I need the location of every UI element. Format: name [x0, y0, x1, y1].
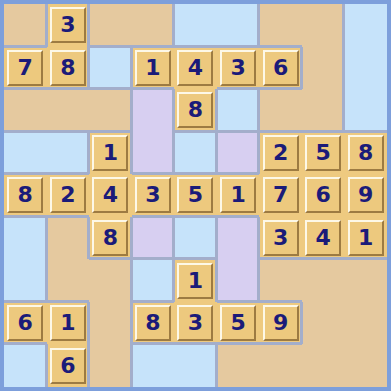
- number-tile-r1c3[interactable]: 1: [135, 50, 171, 86]
- cell-r1c5[interactable]: 3: [217, 47, 260, 90]
- number-tile-r1c5[interactable]: 3: [220, 50, 256, 86]
- cell-r2c8[interactable]: [344, 89, 387, 132]
- cell-r8c1[interactable]: 6: [47, 344, 90, 387]
- cell-r2c5[interactable]: [217, 89, 260, 132]
- tile-number: 1: [103, 142, 118, 164]
- tile-number: 9: [358, 184, 373, 206]
- number-tile-r2c4[interactable]: 8: [177, 92, 213, 128]
- number-tile-r3c7[interactable]: 5: [305, 135, 341, 171]
- tile-number: 7: [18, 57, 33, 79]
- cell-r7c2[interactable]: [89, 302, 132, 345]
- number-tile-r6c4[interactable]: 1: [177, 263, 213, 299]
- cell-r4c2[interactable]: 4: [89, 174, 132, 217]
- number-tile-r5c8[interactable]: 1: [348, 220, 384, 256]
- cell-r3c4[interactable]: [174, 132, 217, 175]
- tile-number: 1: [358, 227, 373, 249]
- number-tile-r1c0[interactable]: 7: [7, 50, 43, 86]
- cell-r7c8[interactable]: [344, 302, 387, 345]
- tile-number: 8: [145, 312, 160, 334]
- tile-number: 4: [188, 57, 203, 79]
- tile-number: 6: [273, 57, 288, 79]
- number-tile-r4c3[interactable]: 3: [135, 177, 171, 213]
- cell-r6c1[interactable]: [47, 259, 90, 302]
- cell-r6c7[interactable]: [302, 259, 345, 302]
- cell-r1c4[interactable]: 4: [174, 47, 217, 90]
- number-tile-r1c6[interactable]: 6: [263, 50, 299, 86]
- cell-r7c6[interactable]: 9: [259, 302, 302, 345]
- cell-r3c0[interactable]: [4, 132, 47, 175]
- tile-number: 3: [230, 57, 245, 79]
- cell-r8c4[interactable]: [174, 344, 217, 387]
- cell-r4c6[interactable]: 7: [259, 174, 302, 217]
- cell-r0c6[interactable]: [259, 4, 302, 47]
- number-tile-r4c4[interactable]: 5: [177, 177, 213, 213]
- cell-r2c0[interactable]: [4, 89, 47, 132]
- number-tile-r4c6[interactable]: 7: [263, 177, 299, 213]
- number-tile-r7c0[interactable]: 6: [7, 305, 43, 341]
- cell-r8c0[interactable]: [4, 344, 47, 387]
- cell-r0c3[interactable]: [132, 4, 175, 47]
- cell-r6c0[interactable]: [4, 259, 47, 302]
- tile-number: 2: [273, 142, 288, 164]
- cell-r1c0[interactable]: 7: [4, 47, 47, 90]
- cell-r0c0[interactable]: [4, 4, 47, 47]
- cell-r5c7[interactable]: 4: [302, 217, 345, 260]
- cell-r5c4[interactable]: [174, 217, 217, 260]
- cell-r3c8[interactable]: 8: [344, 132, 387, 175]
- number-tile-r4c7[interactable]: 6: [305, 177, 341, 213]
- tile-number: 3: [60, 14, 75, 36]
- cell-r3c1[interactable]: [47, 132, 90, 175]
- cell-r4c5[interactable]: 1: [217, 174, 260, 217]
- cell-r7c1[interactable]: 1: [47, 302, 90, 345]
- number-tile-r5c2[interactable]: 8: [92, 220, 128, 256]
- tile-number: 1: [230, 184, 245, 206]
- cell-r4c7[interactable]: 6: [302, 174, 345, 217]
- tile-number: 6: [316, 184, 331, 206]
- cell-r1c1[interactable]: 8: [47, 47, 90, 90]
- cell-r0c4[interactable]: [174, 4, 217, 47]
- tile-number: 5: [316, 142, 331, 164]
- number-tile-r5c7[interactable]: 4: [305, 220, 341, 256]
- number-tile-r7c4[interactable]: 3: [177, 305, 213, 341]
- cell-r7c0[interactable]: 6: [4, 302, 47, 345]
- cell-r8c6[interactable]: [259, 344, 302, 387]
- cell-r6c5[interactable]: [217, 259, 260, 302]
- number-tile-r7c5[interactable]: 5: [220, 305, 256, 341]
- cell-r6c6[interactable]: [259, 259, 302, 302]
- tile-number: 4: [316, 227, 331, 249]
- cell-r6c8[interactable]: [344, 259, 387, 302]
- tile-number: 9: [273, 312, 288, 334]
- cell-r3c3[interactable]: [132, 132, 175, 175]
- cell-r6c3[interactable]: [132, 259, 175, 302]
- tile-number: 8: [60, 57, 75, 79]
- cell-r0c7[interactable]: [302, 4, 345, 47]
- number-tile-r4c1[interactable]: 2: [50, 177, 86, 213]
- cell-r4c3[interactable]: 3: [132, 174, 175, 217]
- cell-r3c6[interactable]: 2: [259, 132, 302, 175]
- tile-number: 2: [60, 184, 75, 206]
- cell-r0c5[interactable]: [217, 4, 260, 47]
- number-tile-r1c4[interactable]: 4: [177, 50, 213, 86]
- cell-r0c1[interactable]: 3: [47, 4, 90, 47]
- number-tile-r4c5[interactable]: 1: [220, 177, 256, 213]
- cell-r8c8[interactable]: [344, 344, 387, 387]
- cell-r1c7[interactable]: [302, 47, 345, 90]
- number-tile-r1c1[interactable]: 8: [50, 50, 86, 86]
- cell-r8c5[interactable]: [217, 344, 260, 387]
- cell-r1c3[interactable]: 1: [132, 47, 175, 90]
- tile-number: 1: [60, 312, 75, 334]
- number-tile-r3c8[interactable]: 8: [348, 135, 384, 171]
- cell-r4c4[interactable]: 5: [174, 174, 217, 217]
- cell-r2c6[interactable]: [259, 89, 302, 132]
- cell-r8c7[interactable]: [302, 344, 345, 387]
- tile-number: 1: [145, 57, 160, 79]
- puzzle-board: 378143681258824351769834116183596: [0, 0, 391, 391]
- tile-number: 8: [18, 184, 33, 206]
- number-tile-r7c6[interactable]: 9: [263, 305, 299, 341]
- tile-number: 1: [188, 270, 203, 292]
- cell-r6c4[interactable]: 1: [174, 259, 217, 302]
- cell-r2c3[interactable]: [132, 89, 175, 132]
- tile-number: 8: [358, 142, 373, 164]
- tile-number: 3: [145, 184, 160, 206]
- cell-r7c5[interactable]: 5: [217, 302, 260, 345]
- tile-number: 3: [188, 312, 203, 334]
- cell-r8c2[interactable]: [89, 344, 132, 387]
- cell-r2c4[interactable]: 8: [174, 89, 217, 132]
- number-tile-r8c1[interactable]: 6: [50, 348, 86, 384]
- cell-r5c6[interactable]: 3: [259, 217, 302, 260]
- cell-r1c6[interactable]: 6: [259, 47, 302, 90]
- cell-r5c2[interactable]: 8: [89, 217, 132, 260]
- tile-number: 4: [103, 184, 118, 206]
- number-tile-r4c8[interactable]: 9: [348, 177, 384, 213]
- cell-r0c2[interactable]: [89, 4, 132, 47]
- cell-r0c8[interactable]: [344, 4, 387, 47]
- tile-number: 7: [273, 184, 288, 206]
- number-tile-r4c0[interactable]: 8: [7, 177, 43, 213]
- cell-r4c8[interactable]: 9: [344, 174, 387, 217]
- tile-number: 6: [60, 355, 75, 377]
- cell-r4c0[interactable]: 8: [4, 174, 47, 217]
- number-tile-r7c3[interactable]: 8: [135, 305, 171, 341]
- cell-r7c7[interactable]: [302, 302, 345, 345]
- tile-number: 8: [188, 99, 203, 121]
- number-tile-r0c1[interactable]: 3: [50, 7, 86, 43]
- cell-r3c5[interactable]: [217, 132, 260, 175]
- cell-r7c3[interactable]: 8: [132, 302, 175, 345]
- cell-r2c7[interactable]: [302, 89, 345, 132]
- tile-number: 3: [273, 227, 288, 249]
- cell-r5c1[interactable]: [47, 217, 90, 260]
- cell-r6c2[interactable]: [89, 259, 132, 302]
- cell-r7c4[interactable]: 3: [174, 302, 217, 345]
- number-tile-r4c2[interactable]: 4: [92, 177, 128, 213]
- cell-r2c2[interactable]: [89, 89, 132, 132]
- number-tile-r7c1[interactable]: 1: [50, 305, 86, 341]
- cell-r2c1[interactable]: [47, 89, 90, 132]
- number-tile-r3c6[interactable]: 2: [263, 135, 299, 171]
- tile-number: 8: [103, 227, 118, 249]
- number-tile-r5c6[interactable]: 3: [263, 220, 299, 256]
- number-tile-r3c2[interactable]: 1: [92, 135, 128, 171]
- cell-r1c8[interactable]: [344, 47, 387, 90]
- tile-number: 5: [188, 184, 203, 206]
- cell-r5c0[interactable]: [4, 217, 47, 260]
- tile-number: 6: [18, 312, 33, 334]
- tile-number: 5: [230, 312, 245, 334]
- cell-r4c1[interactable]: 2: [47, 174, 90, 217]
- cell-r3c7[interactable]: 5: [302, 132, 345, 175]
- cell-r3c2[interactable]: 1: [89, 132, 132, 175]
- cell-r8c3[interactable]: [132, 344, 175, 387]
- cell-r1c2[interactable]: [89, 47, 132, 90]
- cell-r5c3[interactable]: [132, 217, 175, 260]
- cell-r5c8[interactable]: 1: [344, 217, 387, 260]
- cell-r5c5[interactable]: [217, 217, 260, 260]
